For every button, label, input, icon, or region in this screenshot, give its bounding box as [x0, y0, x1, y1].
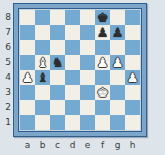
square-d4[interactable] — [65, 70, 80, 85]
square-b4[interactable]: ♝ — [35, 70, 50, 85]
square-a6[interactable] — [20, 40, 35, 55]
square-h6[interactable] — [125, 40, 140, 55]
square-h2[interactable] — [125, 100, 140, 115]
square-c3[interactable] — [50, 85, 65, 100]
square-f5[interactable]: ♟ — [95, 55, 110, 70]
square-b2[interactable] — [35, 100, 50, 115]
white-pawn[interactable]: ♟ — [95, 55, 110, 70]
black-knight[interactable]: ♞ — [50, 55, 65, 70]
square-g1[interactable] — [110, 115, 125, 130]
square-g5[interactable]: ♟ — [110, 55, 125, 70]
white-pawn[interactable]: ♟ — [125, 70, 140, 85]
square-b3[interactable] — [35, 85, 50, 100]
square-a1[interactable] — [20, 115, 35, 130]
square-h5[interactable] — [125, 55, 140, 70]
square-b1[interactable] — [35, 115, 50, 130]
square-h3[interactable] — [125, 85, 140, 100]
white-pawn[interactable]: ♟ — [110, 55, 125, 70]
square-f7[interactable]: ♟ — [95, 25, 110, 40]
square-c2[interactable] — [50, 100, 65, 115]
file-label-b: b — [35, 138, 50, 152]
square-b6[interactable] — [35, 40, 50, 55]
square-c5[interactable]: ♞ — [50, 55, 65, 70]
board-inner-frame: ♚♟♟♝♞♟♟♟♝♟♚ — [18, 8, 142, 132]
square-g7[interactable]: ♟ — [110, 25, 125, 40]
square-d2[interactable] — [65, 100, 80, 115]
white-bishop[interactable]: ♝ — [35, 55, 50, 70]
square-f1[interactable] — [95, 115, 110, 130]
square-f8[interactable]: ♚ — [95, 10, 110, 25]
square-e5[interactable] — [80, 55, 95, 70]
file-label-g: g — [110, 138, 125, 152]
rank-label-4: 4 — [1, 70, 11, 85]
square-g2[interactable] — [110, 100, 125, 115]
square-g6[interactable] — [110, 40, 125, 55]
square-c4[interactable] — [50, 70, 65, 85]
square-e4[interactable] — [80, 70, 95, 85]
square-e3[interactable] — [80, 85, 95, 100]
file-label-f: f — [95, 138, 110, 152]
square-d3[interactable] — [65, 85, 80, 100]
black-king[interactable]: ♚ — [95, 10, 110, 25]
file-label-e: e — [80, 138, 95, 152]
square-c7[interactable] — [50, 25, 65, 40]
board-frame: ♚♟♟♝♞♟♟♟♝♟♚ — [13, 3, 147, 137]
square-e8[interactable] — [80, 10, 95, 25]
file-labels: abcdefgh — [20, 138, 140, 152]
square-a7[interactable] — [20, 25, 35, 40]
square-g8[interactable] — [110, 10, 125, 25]
square-d6[interactable] — [65, 40, 80, 55]
square-b8[interactable] — [35, 10, 50, 25]
black-pawn[interactable]: ♟ — [110, 25, 125, 40]
rank-label-5: 5 — [1, 55, 11, 70]
square-e1[interactable] — [80, 115, 95, 130]
square-f6[interactable] — [95, 40, 110, 55]
board: ♚♟♟♝♞♟♟♟♝♟♚ — [20, 10, 140, 130]
square-h1[interactable] — [125, 115, 140, 130]
square-b7[interactable] — [35, 25, 50, 40]
rank-labels: 87654321 — [1, 10, 11, 130]
square-e7[interactable] — [80, 25, 95, 40]
square-g3[interactable] — [110, 85, 125, 100]
square-d8[interactable] — [65, 10, 80, 25]
chess-diagram: 87654321 ♚♟♟♝♞♟♟♟♝♟♚ abcdefgh — [0, 0, 165, 155]
square-a2[interactable] — [20, 100, 35, 115]
square-c6[interactable] — [50, 40, 65, 55]
square-h4[interactable]: ♟ — [125, 70, 140, 85]
square-a3[interactable] — [20, 85, 35, 100]
rank-label-3: 3 — [1, 85, 11, 100]
square-g4[interactable] — [110, 70, 125, 85]
rank-label-1: 1 — [1, 115, 11, 130]
square-c8[interactable] — [50, 10, 65, 25]
rank-label-2: 2 — [1, 100, 11, 115]
square-c1[interactable] — [50, 115, 65, 130]
square-a4[interactable]: ♟ — [20, 70, 35, 85]
white-pawn[interactable]: ♟ — [20, 70, 35, 85]
black-pawn[interactable]: ♟ — [95, 25, 110, 40]
black-bishop[interactable]: ♝ — [35, 70, 50, 85]
white-king[interactable]: ♚ — [95, 85, 110, 100]
file-label-h: h — [125, 138, 140, 152]
file-label-d: d — [65, 138, 80, 152]
square-a8[interactable] — [20, 10, 35, 25]
square-h7[interactable] — [125, 25, 140, 40]
square-d1[interactable] — [65, 115, 80, 130]
square-e6[interactable] — [80, 40, 95, 55]
rank-label-8: 8 — [1, 10, 11, 25]
square-f2[interactable] — [95, 100, 110, 115]
rank-label-6: 6 — [1, 40, 11, 55]
square-d5[interactable] — [65, 55, 80, 70]
square-f4[interactable] — [95, 70, 110, 85]
square-e2[interactable] — [80, 100, 95, 115]
square-h8[interactable] — [125, 10, 140, 25]
square-f3[interactable]: ♚ — [95, 85, 110, 100]
square-b5[interactable]: ♝ — [35, 55, 50, 70]
rank-label-7: 7 — [1, 25, 11, 40]
square-d7[interactable] — [65, 25, 80, 40]
file-label-c: c — [50, 138, 65, 152]
square-a5[interactable] — [20, 55, 35, 70]
file-label-a: a — [20, 138, 35, 152]
